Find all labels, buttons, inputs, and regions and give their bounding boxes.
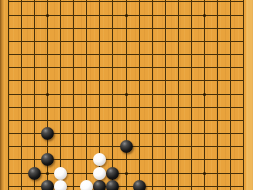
grid-line-vertical — [86, 0, 87, 190]
star-point — [46, 93, 49, 96]
grid-line-vertical — [112, 0, 113, 190]
star-point — [203, 172, 206, 175]
white-stone — [80, 180, 93, 190]
grid-line-vertical — [230, 0, 231, 190]
star-point — [125, 93, 128, 96]
black-stone — [120, 140, 133, 153]
white-stone — [54, 180, 67, 190]
white-stone — [93, 167, 106, 180]
grid-line-vertical — [165, 0, 166, 190]
grid-line-horizontal — [8, 107, 244, 108]
black-stone — [28, 167, 41, 180]
star-point — [203, 93, 206, 96]
star-point — [46, 14, 49, 17]
grid-line-vertical — [191, 0, 192, 190]
black-stone — [133, 180, 146, 190]
star-point — [125, 172, 128, 175]
grid-line-horizontal — [8, 120, 244, 121]
grid-line-vertical — [139, 0, 140, 190]
grid-line-vertical — [152, 0, 153, 190]
grid-line-vertical — [73, 0, 74, 190]
board-right-margin-highlight — [246, 0, 253, 190]
star-point — [46, 172, 49, 175]
star-point — [125, 14, 128, 17]
grid-line-vertical — [178, 0, 179, 190]
board-left-edge-shadow — [0, 0, 4, 190]
go-board[interactable] — [0, 0, 253, 190]
grid-line-vertical — [217, 0, 218, 190]
black-stone — [41, 180, 54, 190]
white-stone — [54, 167, 67, 180]
black-stone — [106, 167, 119, 180]
grid-line-vertical — [243, 0, 244, 190]
star-point — [203, 14, 206, 17]
